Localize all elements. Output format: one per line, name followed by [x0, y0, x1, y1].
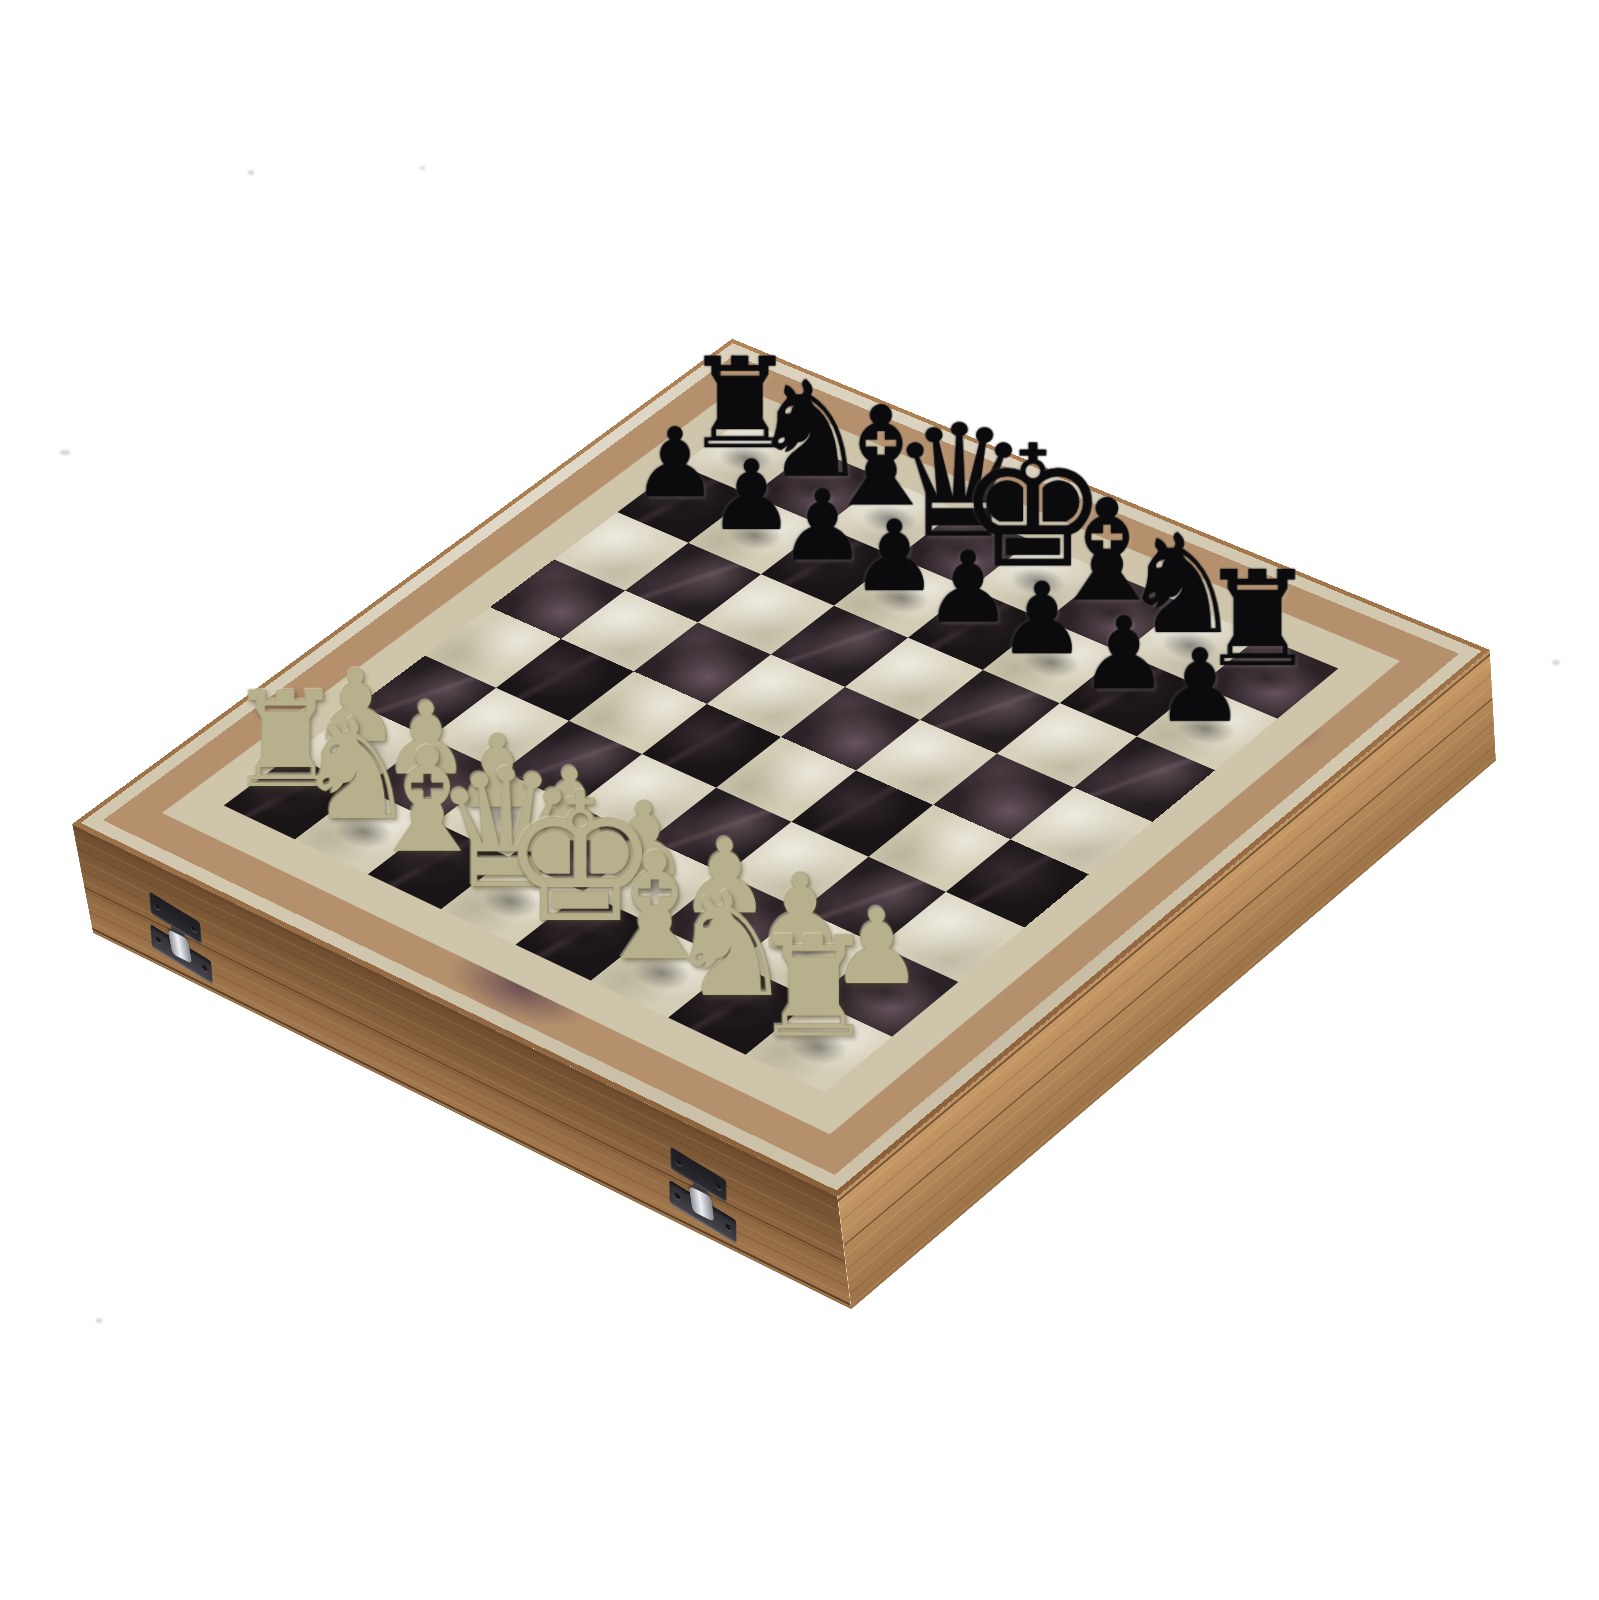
marble-outer-strip: ♜♞♝♛♚♝♞♜♟♟♟♟♟♟♟♟♟♟♟♟♟♟♟♟♜♞♝♛♚♝♞♜ [81, 343, 1482, 1190]
piece-white-rook[interactable]: ♜ [752, 922, 877, 1054]
dust-speck [1552, 660, 1560, 665]
piece-black-pawn[interactable]: ♟ [632, 417, 718, 508]
square-f5[interactable] [856, 720, 996, 805]
chess-box-3d: ♜♞♝♛♚♝♞♜♟♟♟♟♟♟♟♟♟♟♟♟♟♟♟♟♜♞♝♛♚♝♞♜ [72, 339, 1490, 1197]
dust-speck [420, 166, 425, 170]
wood-top-rim: ♜♞♝♛♚♝♞♜♟♟♟♟♟♟♟♟♟♟♟♟♟♟♟♟♜♞♝♛♚♝♞♜ [72, 339, 1490, 1197]
product-photo-stage: ♜♞♝♛♚♝♞♜♟♟♟♟♟♟♟♟♟♟♟♟♟♟♟♟♜♞♝♛♚♝♞♜ [0, 0, 1599, 1600]
piece-black-pawn[interactable]: ♟ [997, 572, 1086, 666]
dust-speck [96, 1318, 102, 1323]
piece-black-pawn[interactable]: ♟ [1155, 638, 1245, 734]
square-g6[interactable] [997, 703, 1137, 788]
chess-box: ♜♞♝♛♚♝♞♜♟♟♟♟♟♟♟♟♟♟♟♟♟♟♟♟♜♞♝♛♚♝♞♜ [218, 174, 1344, 1300]
dust-speck [60, 450, 70, 455]
square-h1[interactable]: ♜ [746, 1000, 892, 1093]
dust-speck [248, 170, 254, 175]
square-f6[interactable] [920, 670, 1059, 753]
marble-border-band: ♜♞♝♛♚♝♞♜♟♟♟♟♟♟♟♟♟♟♟♟♟♟♟♟♜♞♝♛♚♝♞♜ [103, 355, 1459, 1175]
